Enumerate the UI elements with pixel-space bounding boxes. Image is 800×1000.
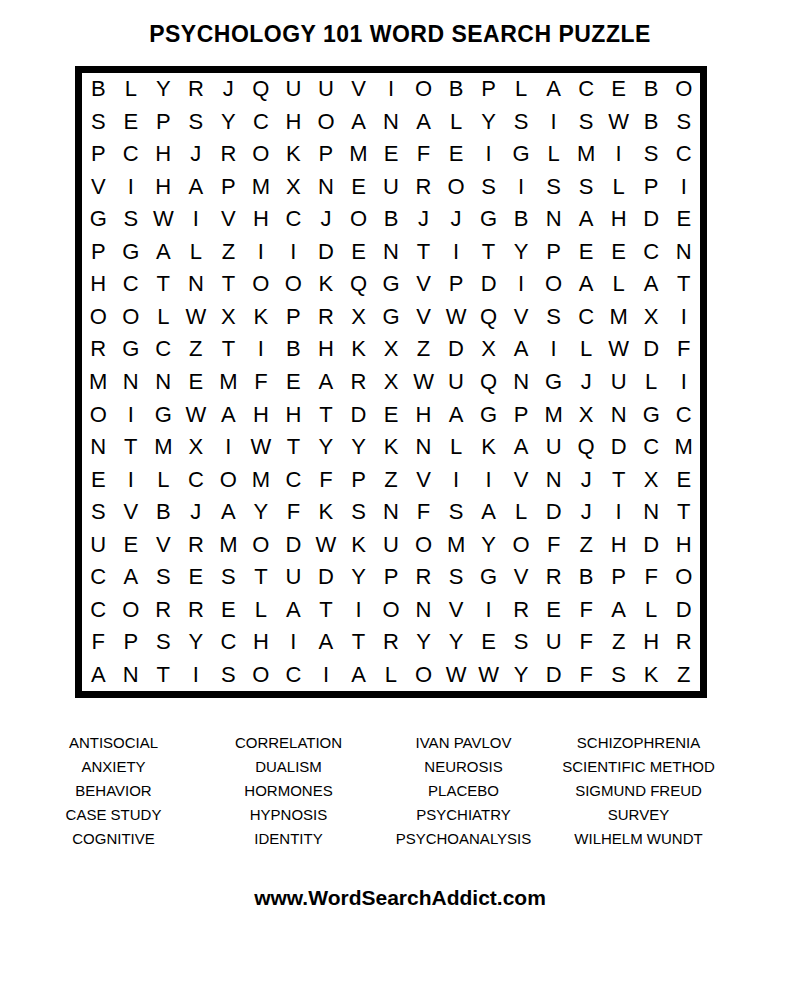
grid-cell-r9c19: F [667, 333, 700, 366]
grid-cell-r12c7: T [277, 431, 310, 464]
grid-cell-r3c9: M [342, 138, 375, 171]
grid-cell-r13c15: N [537, 463, 570, 496]
grid-cell-r19c9: A [342, 658, 375, 691]
grid-cell-r16c10: P [375, 561, 408, 594]
grid-cell-r1c13: P [472, 73, 505, 106]
grid-cell-r1c12: B [440, 73, 473, 106]
word-list: ANTISOCIALANXIETYBEHAVIORCASE STUDYCOGNI… [26, 731, 726, 851]
grid-cell-r4c4: A [180, 171, 213, 204]
grid-cell-r8c13: Q [472, 301, 505, 334]
grid-cell-r16c18: F [635, 561, 668, 594]
grid-cell-r10c10: X [375, 366, 408, 399]
grid-cell-r13c2: I [115, 463, 148, 496]
grid-cell-r7c3: T [147, 268, 180, 301]
grid-cell-r10c16: J [570, 366, 603, 399]
grid-cell-r1c14: L [505, 73, 538, 106]
grid-cell-r15c14: O [505, 528, 538, 561]
grid-cell-r18c10: R [375, 626, 408, 659]
grid-cell-r17c19: D [667, 593, 700, 626]
grid-cell-r15c10: U [375, 528, 408, 561]
grid-cell-r3c16: M [570, 138, 603, 171]
grid-cell-r7c5: T [212, 268, 245, 301]
grid-cell-r3c3: H [147, 138, 180, 171]
grid-cell-r14c16: J [570, 496, 603, 529]
grid-cell-r7c12: P [440, 268, 473, 301]
grid-cell-r4c1: V [82, 171, 115, 204]
grid-cell-r12c4: X [180, 431, 213, 464]
grid-cell-r5c8: J [310, 203, 343, 236]
word-list-item: CASE STUDY [26, 803, 201, 827]
word-list-item: PLACEBO [376, 779, 551, 803]
grid-cell-r6c8: D [310, 236, 343, 269]
grid-cell-r18c7: I [277, 626, 310, 659]
grid-cell-r1c3: Y [147, 73, 180, 106]
grid-cell-r17c16: F [570, 593, 603, 626]
grid-cell-r13c5: O [212, 463, 245, 496]
grid-cell-r13c8: F [310, 463, 343, 496]
grid-cell-r4c7: X [277, 171, 310, 204]
grid-cell-r3c1: P [82, 138, 115, 171]
grid-cell-r2c18: B [635, 106, 668, 139]
grid-cell-r16c17: P [602, 561, 635, 594]
grid-cell-r7c6: O [245, 268, 278, 301]
grid-cell-r1c5: J [212, 73, 245, 106]
word-list-item: ANTISOCIAL [26, 731, 201, 755]
grid-cell-r16c12: S [440, 561, 473, 594]
grid-cell-r16c1: C [82, 561, 115, 594]
grid-cell-r16c15: R [537, 561, 570, 594]
grid-cell-r3c2: C [115, 138, 148, 171]
word-list-item: BEHAVIOR [26, 779, 201, 803]
grid-cell-r1c10: I [375, 73, 408, 106]
grid-cell-r9c3: C [147, 333, 180, 366]
grid-cell-r17c12: V [440, 593, 473, 626]
grid-cell-r12c14: A [505, 431, 538, 464]
grid-cell-r5c3: W [147, 203, 180, 236]
grid-cell-r11c8: T [310, 398, 343, 431]
grid-cell-r4c12: O [440, 171, 473, 204]
grid-cell-r11c7: H [277, 398, 310, 431]
grid-cell-r17c10: O [375, 593, 408, 626]
grid-cell-r19c5: S [212, 658, 245, 691]
grid-cell-r6c18: C [635, 236, 668, 269]
grid-cell-r19c14: Y [505, 658, 538, 691]
grid-cell-r8c18: X [635, 301, 668, 334]
grid-cell-r2c3: P [147, 106, 180, 139]
grid-cell-r5c17: H [602, 203, 635, 236]
grid-cell-r10c17: U [602, 366, 635, 399]
grid-cell-r10c19: I [667, 366, 700, 399]
grid-cell-r2c12: L [440, 106, 473, 139]
grid-cell-r18c18: H [635, 626, 668, 659]
grid-cell-r5c11: J [407, 203, 440, 236]
grid-cell-r8c14: V [505, 301, 538, 334]
grid-cell-r12c15: U [537, 431, 570, 464]
grid-cell-r13c12: I [440, 463, 473, 496]
grid-cell-r4c14: I [505, 171, 538, 204]
grid-cell-r17c17: A [602, 593, 635, 626]
grid-cell-r15c16: Z [570, 528, 603, 561]
grid-cell-r3c6: O [245, 138, 278, 171]
grid-cell-r7c11: V [407, 268, 440, 301]
grid-cell-r15c2: E [115, 528, 148, 561]
grid-cell-r14c4: J [180, 496, 213, 529]
word-list-item: CORRELATION [201, 731, 376, 755]
grid-cell-r14c11: F [407, 496, 440, 529]
grid-cell-r4c3: H [147, 171, 180, 204]
grid-cell-r18c13: E [472, 626, 505, 659]
grid-cell-r10c4: E [180, 366, 213, 399]
grid-cell-r12c9: Y [342, 431, 375, 464]
grid-cell-r4c6: M [245, 171, 278, 204]
grid-cell-r1c7: U [277, 73, 310, 106]
grid-cell-r9c8: H [310, 333, 343, 366]
grid-cell-r11c17: N [602, 398, 635, 431]
grid-cell-r10c12: U [440, 366, 473, 399]
grid-cell-r3c17: I [602, 138, 635, 171]
grid-cell-r6c16: E [570, 236, 603, 269]
grid-cell-r5c12: J [440, 203, 473, 236]
grid-cell-r19c3: T [147, 658, 180, 691]
grid-cell-r2c7: H [277, 106, 310, 139]
grid-cell-r11c18: G [635, 398, 668, 431]
grid-cell-r8c4: W [180, 301, 213, 334]
grid-cell-r4c5: P [212, 171, 245, 204]
word-list-item: DUALISM [201, 755, 376, 779]
grid-cell-r2c10: N [375, 106, 408, 139]
grid-cell-r18c1: F [82, 626, 115, 659]
grid-cell-r7c14: I [505, 268, 538, 301]
grid-cell-r13c9: P [342, 463, 375, 496]
grid-cell-r1c6: Q [245, 73, 278, 106]
grid-cell-r14c15: D [537, 496, 570, 529]
grid-cell-r5c1: G [82, 203, 115, 236]
grid-cell-r9c5: T [212, 333, 245, 366]
grid-cell-r9c2: G [115, 333, 148, 366]
grid-cell-r15c3: V [147, 528, 180, 561]
word-list-item: HORMONES [201, 779, 376, 803]
grid-cell-r5c5: V [212, 203, 245, 236]
grid-cell-r2c4: S [180, 106, 213, 139]
grid-cell-r6c4: L [180, 236, 213, 269]
grid-cell-r15c18: D [635, 528, 668, 561]
word-list-item: COGNITIVE [26, 827, 201, 851]
grid-cell-r8c19: I [667, 301, 700, 334]
grid-cell-r4c15: S [537, 171, 570, 204]
grid-cell-r18c12: Y [440, 626, 473, 659]
grid-cell-r18c4: Y [180, 626, 213, 659]
word-list-item: PSYCHOANALYSIS [376, 827, 551, 851]
grid-cell-r7c16: A [570, 268, 603, 301]
grid-cell-r11c1: O [82, 398, 115, 431]
grid-cell-r13c10: Z [375, 463, 408, 496]
grid-cell-r19c15: D [537, 658, 570, 691]
grid-cell-r9c10: X [375, 333, 408, 366]
grid-cell-r12c3: M [147, 431, 180, 464]
grid-cell-r3c5: R [212, 138, 245, 171]
grid-cell-r4c8: N [310, 171, 343, 204]
grid-cell-r17c1: C [82, 593, 115, 626]
grid-cell-r15c8: W [310, 528, 343, 561]
grid-cell-r14c18: N [635, 496, 668, 529]
grid-cell-r2c19: S [667, 106, 700, 139]
grid-cell-r14c8: K [310, 496, 343, 529]
grid-cell-r3c18: S [635, 138, 668, 171]
grid-cell-r3c15: L [537, 138, 570, 171]
grid-cell-r9c6: I [245, 333, 278, 366]
grid-cell-r15c9: K [342, 528, 375, 561]
grid-cell-r12c12: L [440, 431, 473, 464]
grid-cell-r6c2: G [115, 236, 148, 269]
grid-cell-r11c5: A [212, 398, 245, 431]
grid-cell-r1c1: B [82, 73, 115, 106]
grid-cell-r16c8: D [310, 561, 343, 594]
grid-cell-r14c17: I [602, 496, 635, 529]
grid-cell-r13c16: J [570, 463, 603, 496]
grid-cell-r18c8: A [310, 626, 343, 659]
grid-cell-r19c10: L [375, 658, 408, 691]
grid-cell-r2c1: S [82, 106, 115, 139]
grid-cell-r19c11: O [407, 658, 440, 691]
grid-cell-r8c1: O [82, 301, 115, 334]
grid-cell-r7c2: C [115, 268, 148, 301]
grid-cell-r2c8: O [310, 106, 343, 139]
grid-cell-r19c8: I [310, 658, 343, 691]
grid-cell-r14c1: S [82, 496, 115, 529]
grid-cell-r16c9: Y [342, 561, 375, 594]
grid-cell-r13c17: T [602, 463, 635, 496]
word-list-item: PSYCHIATRY [376, 803, 551, 827]
grid-cell-r9c11: Z [407, 333, 440, 366]
grid-cell-r19c18: K [635, 658, 668, 691]
grid-cell-r6c1: P [82, 236, 115, 269]
grid-cell-r13c1: E [82, 463, 115, 496]
grid-cell-r7c17: L [602, 268, 635, 301]
grid-cell-r11c3: G [147, 398, 180, 431]
grid-cell-r16c7: U [277, 561, 310, 594]
grid-cell-r1c8: U [310, 73, 343, 106]
grid-cell-r5c15: N [537, 203, 570, 236]
grid-cell-r17c5: E [212, 593, 245, 626]
grid-cell-r3c4: J [180, 138, 213, 171]
word-list-item: SIGMUND FREUD [551, 779, 726, 803]
grid-cell-r8c5: X [212, 301, 245, 334]
grid-cell-r10c13: Q [472, 366, 505, 399]
grid-cell-r9c17: W [602, 333, 635, 366]
grid-cell-r5c19: E [667, 203, 700, 236]
grid-cell-r9c16: L [570, 333, 603, 366]
grid-cell-r19c16: F [570, 658, 603, 691]
grid-cell-r9c1: R [82, 333, 115, 366]
grid-cell-r17c3: R [147, 593, 180, 626]
grid-cell-r14c7: F [277, 496, 310, 529]
grid-cell-r11c2: I [115, 398, 148, 431]
grid-cell-r14c10: N [375, 496, 408, 529]
grid-cell-r5c18: D [635, 203, 668, 236]
grid-cell-r6c12: I [440, 236, 473, 269]
grid-cell-r18c16: F [570, 626, 603, 659]
grid-cell-r13c11: V [407, 463, 440, 496]
grid-cell-r15c12: M [440, 528, 473, 561]
grid-cell-r7c18: A [635, 268, 668, 301]
grid-cell-r5c9: O [342, 203, 375, 236]
grid-cell-r7c9: Q [342, 268, 375, 301]
grid-cell-r19c1: A [82, 658, 115, 691]
grid-cell-r14c2: V [115, 496, 148, 529]
grid-cell-r8c17: M [602, 301, 635, 334]
grid-cell-r7c8: K [310, 268, 343, 301]
word-list-column-4: SCHIZOPHRENIASCIENTIFIC METHODSIGMUND FR… [551, 731, 726, 851]
grid-cell-r7c10: G [375, 268, 408, 301]
grid-cell-r18c9: T [342, 626, 375, 659]
word-list-item: HYPNOSIS [201, 803, 376, 827]
grid-cell-r12c19: M [667, 431, 700, 464]
grid-cell-r3c7: K [277, 138, 310, 171]
grid-cell-r6c15: P [537, 236, 570, 269]
grid-cell-r11c4: W [180, 398, 213, 431]
grid-cell-r10c9: R [342, 366, 375, 399]
grid-cell-r7c7: O [277, 268, 310, 301]
grid-cell-r19c2: N [115, 658, 148, 691]
grid-cell-r10c5: M [212, 366, 245, 399]
grid-cell-r13c13: I [472, 463, 505, 496]
grid-cell-r11c9: D [342, 398, 375, 431]
grid-cell-r19c12: W [440, 658, 473, 691]
grid-cell-r15c7: D [277, 528, 310, 561]
grid-cell-r18c17: Z [602, 626, 635, 659]
grid-cell-r19c19: Z [667, 658, 700, 691]
grid-cell-r15c17: H [602, 528, 635, 561]
grid-cell-r18c2: P [115, 626, 148, 659]
grid-cell-r6c13: T [472, 236, 505, 269]
grid-cell-r1c9: V [342, 73, 375, 106]
word-list-item: SCIENTIFIC METHOD [551, 755, 726, 779]
grid-cell-r10c8: A [310, 366, 343, 399]
grid-cell-r8c9: X [342, 301, 375, 334]
grid-cell-r17c7: A [277, 593, 310, 626]
grid-cell-r6c10: N [375, 236, 408, 269]
grid-cell-r1c11: O [407, 73, 440, 106]
grid-cell-r2c6: C [245, 106, 278, 139]
grid-cell-r8c2: O [115, 301, 148, 334]
grid-cell-r15c1: U [82, 528, 115, 561]
grid-cell-r15c15: F [537, 528, 570, 561]
grid-cell-r14c19: T [667, 496, 700, 529]
grid-cell-r8c12: W [440, 301, 473, 334]
grid-cell-r18c5: C [212, 626, 245, 659]
grid-cell-r5c2: S [115, 203, 148, 236]
grid-cell-r9c7: B [277, 333, 310, 366]
grid-cell-r17c14: R [505, 593, 538, 626]
grid-cell-r14c6: Y [245, 496, 278, 529]
grid-cell-r6c14: Y [505, 236, 538, 269]
grid-cell-r16c3: S [147, 561, 180, 594]
grid-cell-r2c13: Y [472, 106, 505, 139]
grid-cell-r10c2: N [115, 366, 148, 399]
grid-cell-r15c4: R [180, 528, 213, 561]
grid-cell-r17c13: I [472, 593, 505, 626]
grid-cell-r8c6: K [245, 301, 278, 334]
grid-cell-r13c7: C [277, 463, 310, 496]
grid-cell-r11c15: M [537, 398, 570, 431]
grid-cell-r17c2: O [115, 593, 148, 626]
grid-cell-r4c2: I [115, 171, 148, 204]
grid-cell-r19c6: O [245, 658, 278, 691]
grid-cell-r16c19: O [667, 561, 700, 594]
grid-cell-r18c11: Y [407, 626, 440, 659]
grid-cell-r12c18: C [635, 431, 668, 464]
word-list-item: NEUROSIS [376, 755, 551, 779]
grid-cell-r13c4: C [180, 463, 213, 496]
grid-cell-r4c19: I [667, 171, 700, 204]
grid-cell-r4c10: U [375, 171, 408, 204]
grid-cell-r10c6: F [245, 366, 278, 399]
grid-cell-r5c14: B [505, 203, 538, 236]
grid-cell-r11c16: X [570, 398, 603, 431]
grid-cell-r3c11: F [407, 138, 440, 171]
word-list-item: SCHIZOPHRENIA [551, 731, 726, 755]
grid-cell-r2c11: A [407, 106, 440, 139]
grid-cell-r16c6: T [245, 561, 278, 594]
grid-cell-r17c18: L [635, 593, 668, 626]
grid-cell-r13c18: X [635, 463, 668, 496]
grid-cell-r9c12: D [440, 333, 473, 366]
grid-cell-r3c13: I [472, 138, 505, 171]
grid-cell-r1c16: C [570, 73, 603, 106]
grid-cell-r7c4: N [180, 268, 213, 301]
grid-cell-r6c6: I [245, 236, 278, 269]
grid-cell-r9c4: Z [180, 333, 213, 366]
grid-cell-r8c3: L [147, 301, 180, 334]
grid-cell-r11c12: A [440, 398, 473, 431]
grid-cell-r2c5: Y [212, 106, 245, 139]
grid-cell-r3c19: C [667, 138, 700, 171]
grid-cell-r12c6: W [245, 431, 278, 464]
word-search-board: BLYRJQUUVIOBPLACEBOSEPSYCHOANALYSISWBSPC… [75, 66, 707, 698]
grid-cell-r10c15: G [537, 366, 570, 399]
grid-cell-r1c19: O [667, 73, 700, 106]
grid-cell-r4c17: L [602, 171, 635, 204]
grid-cell-r4c13: S [472, 171, 505, 204]
grid-cell-r11c11: H [407, 398, 440, 431]
grid-cell-r15c13: Y [472, 528, 505, 561]
grid-cell-r2c2: E [115, 106, 148, 139]
grid-cell-r10c7: E [277, 366, 310, 399]
grid-cell-r18c15: U [537, 626, 570, 659]
grid-cell-r5c4: I [180, 203, 213, 236]
grid-cell-r12c2: T [115, 431, 148, 464]
grid-cell-r8c16: C [570, 301, 603, 334]
grid-cell-r7c13: D [472, 268, 505, 301]
word-list-column-2: CORRELATIONDUALISMHORMONESHYPNOSISIDENTI… [201, 731, 376, 851]
grid-cell-r16c13: G [472, 561, 505, 594]
grid-cell-r8c7: P [277, 301, 310, 334]
word-list-item: WILHELM WUNDT [551, 827, 726, 851]
grid-cell-r12c17: D [602, 431, 635, 464]
grid-cell-r17c11: N [407, 593, 440, 626]
grid-cell-r14c12: S [440, 496, 473, 529]
grid-cell-r11c14: P [505, 398, 538, 431]
grid-cell-r11c13: G [472, 398, 505, 431]
grid-cell-r10c3: N [147, 366, 180, 399]
grid-cell-r6c11: T [407, 236, 440, 269]
grid-cell-r1c4: R [180, 73, 213, 106]
grid-cell-r18c6: H [245, 626, 278, 659]
grid-cell-r17c4: R [180, 593, 213, 626]
word-list-item: IVAN PAVLOV [376, 731, 551, 755]
grid-cell-r17c15: E [537, 593, 570, 626]
grid-cell-r6c7: I [277, 236, 310, 269]
